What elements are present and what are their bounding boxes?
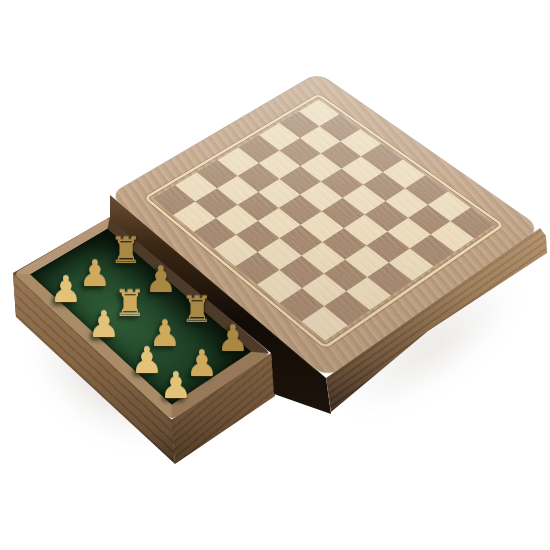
drawer-piece-pawn: ♟ bbox=[157, 367, 195, 405]
drawer-pieces-layer: ♜♟♜♟♟♜♟♟♟♟♟♟ bbox=[0, 0, 550, 550]
drawer-piece-pawn: ♟ bbox=[85, 306, 123, 344]
drawer-piece-pawn: ♟ bbox=[47, 271, 85, 309]
chess-set-photo: ♜♟♜♟♟♜♟♟♟♟♟♟ bbox=[0, 0, 550, 550]
